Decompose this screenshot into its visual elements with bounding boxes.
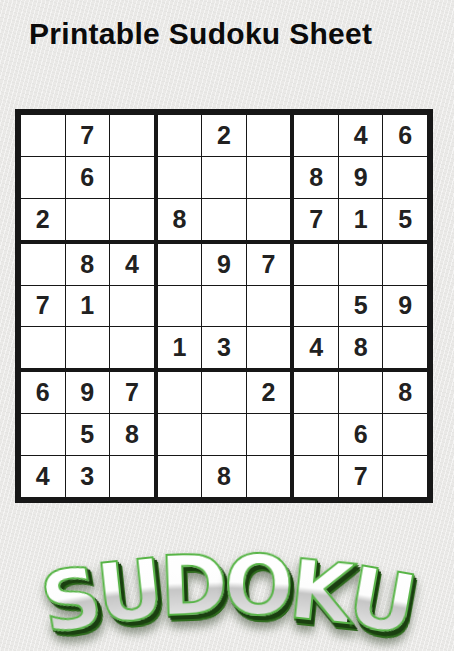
cell-r6c4: 1 <box>158 327 202 368</box>
logo-letter-u2: U <box>343 557 418 645</box>
cell-r7c4 <box>158 372 202 413</box>
cell-r3c3 <box>110 199 154 240</box>
cell-r4c9 <box>383 244 427 285</box>
cell-r3c4: 8 <box>158 199 202 240</box>
cell-r2c5 <box>202 157 246 198</box>
cell-r4c3: 4 <box>110 244 154 285</box>
box-3: 4689715 <box>294 115 427 240</box>
cell-r6c7: 4 <box>294 327 338 368</box>
cell-r1c5: 2 <box>202 115 246 156</box>
cell-r1c1 <box>21 115 65 156</box>
cell-r4c1 <box>21 244 65 285</box>
box-2: 28 <box>158 115 291 240</box>
cell-r6c8: 8 <box>339 327 383 368</box>
cell-r8c6 <box>247 414 291 455</box>
cell-r3c1: 2 <box>21 199 65 240</box>
cell-r9c1: 4 <box>21 456 65 497</box>
cell-r5c2: 1 <box>66 286 110 327</box>
cell-r9c9 <box>383 456 427 497</box>
logo-letter-u1: U <box>93 550 163 634</box>
cell-r1c3 <box>110 115 154 156</box>
cell-r2c6 <box>247 157 291 198</box>
cell-r8c2: 5 <box>66 414 110 455</box>
cell-r4c7 <box>294 244 338 285</box>
cell-r1c8: 4 <box>339 115 383 156</box>
box-8: 28 <box>158 372 291 497</box>
box-7: 6975843 <box>21 372 154 497</box>
cell-r7c8 <box>339 372 383 413</box>
cell-r1c4 <box>158 115 202 156</box>
cell-r6c1 <box>21 327 65 368</box>
cell-r6c6 <box>247 327 291 368</box>
cell-r5c4 <box>158 286 202 327</box>
cell-r6c3 <box>110 327 154 368</box>
cell-r8c5 <box>202 414 246 455</box>
cell-r3c7: 7 <box>294 199 338 240</box>
sudoku-logo: S U D O K U <box>0 552 454 630</box>
box-4: 8471 <box>21 244 154 369</box>
box-1: 762 <box>21 115 154 240</box>
cell-r7c6: 2 <box>247 372 291 413</box>
cell-r1c7 <box>294 115 338 156</box>
cell-r2c7: 8 <box>294 157 338 198</box>
cell-r4c2: 8 <box>66 244 110 285</box>
cell-r3c9: 5 <box>383 199 427 240</box>
logo-letter-s: S <box>36 558 104 644</box>
cell-r3c8: 1 <box>339 199 383 240</box>
cell-r6c2 <box>66 327 110 368</box>
cell-r3c5 <box>202 199 246 240</box>
cell-r2c1 <box>21 157 65 198</box>
cell-r5c5 <box>202 286 246 327</box>
logo-letter-d: D <box>159 546 226 626</box>
box-5: 9713 <box>158 244 291 369</box>
cell-r7c9: 8 <box>383 372 427 413</box>
page-title: Printable Sudoku Sheet <box>29 17 372 51</box>
cell-r7c5 <box>202 372 246 413</box>
logo-letter-o: O <box>223 546 291 626</box>
cell-r9c5: 8 <box>202 456 246 497</box>
cell-r7c1: 6 <box>21 372 65 413</box>
cell-r2c4 <box>158 157 202 198</box>
box-6: 5948 <box>294 244 427 369</box>
cell-r2c3 <box>110 157 154 198</box>
cell-r7c3: 7 <box>110 372 154 413</box>
cell-r1c6 <box>247 115 291 156</box>
cell-r7c2: 9 <box>66 372 110 413</box>
cell-r5c6 <box>247 286 291 327</box>
box-9: 867 <box>294 372 427 497</box>
cell-r5c3 <box>110 286 154 327</box>
cell-r3c2 <box>66 199 110 240</box>
cell-r8c8: 6 <box>339 414 383 455</box>
cell-r4c5: 9 <box>202 244 246 285</box>
cell-r8c1 <box>21 414 65 455</box>
cell-r8c4 <box>158 414 202 455</box>
cell-r5c8: 5 <box>339 286 383 327</box>
cell-r2c2: 6 <box>66 157 110 198</box>
cell-r9c8: 7 <box>339 456 383 497</box>
cell-r1c2: 7 <box>66 115 110 156</box>
cell-r9c7 <box>294 456 338 497</box>
cell-r4c4 <box>158 244 202 285</box>
cell-r2c8: 9 <box>339 157 383 198</box>
cell-r6c9 <box>383 327 427 368</box>
cell-r5c9: 9 <box>383 286 427 327</box>
cell-r3c6 <box>247 199 291 240</box>
cell-r7c7 <box>294 372 338 413</box>
cell-r5c7 <box>294 286 338 327</box>
cell-r9c4 <box>158 456 202 497</box>
cell-r8c7 <box>294 414 338 455</box>
cell-r1c9: 6 <box>383 115 427 156</box>
cell-r4c6: 7 <box>247 244 291 285</box>
cell-r4c8 <box>339 244 383 285</box>
cell-r9c3 <box>110 456 154 497</box>
logo-letter-k: K <box>286 550 353 634</box>
cell-r2c9 <box>383 157 427 198</box>
cell-r8c3: 8 <box>110 414 154 455</box>
cell-r9c6 <box>247 456 291 497</box>
cell-r8c9 <box>383 414 427 455</box>
cell-r6c5: 3 <box>202 327 246 368</box>
cell-r5c1: 7 <box>21 286 65 327</box>
cell-r9c2: 3 <box>66 456 110 497</box>
sudoku-board: 762284689715847197135948697584328867 <box>15 109 433 503</box>
